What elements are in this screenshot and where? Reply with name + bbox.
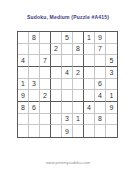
cell-r9c2 [29, 125, 40, 137]
cell-r1c1 [18, 32, 29, 44]
cell-r9c3 [40, 125, 51, 137]
cell-r7c6 [73, 102, 84, 114]
cell-r9c9 [106, 125, 117, 137]
cell-r3c1: 4 [18, 55, 29, 67]
cell-r6c6 [73, 90, 84, 102]
cell-r5c5 [62, 79, 73, 91]
cell-r6c4 [51, 90, 62, 102]
cell-r6c9: 1 [106, 90, 117, 102]
cell-r2c9 [106, 44, 117, 56]
cell-r2c1 [18, 44, 29, 56]
cell-r9c7 [84, 125, 95, 137]
cell-r2c7 [84, 44, 95, 56]
cell-r8c4 [51, 114, 62, 126]
cell-r1c2: 8 [29, 32, 40, 44]
cell-r8c9 [106, 114, 117, 126]
cell-r9c5: 9 [62, 125, 73, 137]
cell-r1c6 [73, 32, 84, 44]
cell-r6c7 [84, 90, 95, 102]
cell-r3c5 [62, 55, 73, 67]
puzzle-title: Sudoku, Medium (Puzzle #A415) [0, 13, 136, 21]
cell-r6c3: 2 [40, 90, 51, 102]
cell-r4c6: 2 [73, 67, 84, 79]
cell-r5c7 [84, 79, 95, 91]
cell-r8c2 [29, 114, 40, 126]
cell-r6c1: 9 [18, 90, 29, 102]
cell-r4c9: 3 [106, 67, 117, 79]
cell-r8c8: 8 [95, 114, 106, 126]
cell-r8c1 [18, 114, 29, 126]
cell-r5c2: 3 [29, 79, 40, 91]
cell-r8c6: 1 [73, 114, 84, 126]
cell-r1c9 [106, 32, 117, 44]
cell-r3c3: 7 [40, 55, 51, 67]
cell-r8c5: 3 [62, 114, 73, 126]
cell-r7c1: 8 [18, 102, 29, 114]
cell-r2c3 [40, 44, 51, 56]
cell-r9c8 [95, 125, 106, 137]
sudoku-page: Sudoku, Medium (Puzzle #A415) 8519287475… [0, 0, 136, 176]
cell-r9c1 [18, 125, 29, 137]
cell-r3c6 [73, 55, 84, 67]
cell-r1c5: 5 [62, 32, 73, 44]
cell-r3c8 [95, 55, 106, 67]
cell-r5c9 [106, 79, 117, 91]
cell-r7c3 [40, 102, 51, 114]
cell-r6c2 [29, 90, 40, 102]
footer-url: www.printmysudoku.com [0, 160, 136, 166]
cell-r7c5 [62, 102, 73, 114]
cell-r6c8: 4 [95, 90, 106, 102]
cell-r9c4 [51, 125, 62, 137]
cell-r5c3 [40, 79, 51, 91]
cell-r5c1: 1 [18, 79, 29, 91]
cell-r2c4: 2 [51, 44, 62, 56]
cell-r8c7 [84, 114, 95, 126]
cell-r5c6 [73, 79, 84, 91]
cell-r7c7: 4 [84, 102, 95, 114]
cell-r2c5 [62, 44, 73, 56]
cell-r2c8: 7 [95, 44, 106, 56]
cell-r3c7 [84, 55, 95, 67]
cell-r7c9: 9 [106, 102, 117, 114]
cell-r9c6 [73, 125, 84, 137]
cell-r7c2: 6 [29, 102, 40, 114]
cell-r7c8 [95, 102, 106, 114]
cell-r4c3 [40, 67, 51, 79]
cell-r4c1 [18, 67, 29, 79]
cell-r3c9: 5 [106, 55, 117, 67]
cell-r3c2 [29, 55, 40, 67]
cell-r4c4 [51, 67, 62, 79]
cell-r1c4 [51, 32, 62, 44]
sudoku-board: 8519287475423136924186493189 [17, 31, 118, 138]
cell-r5c4 [51, 79, 62, 91]
cell-r7c4 [51, 102, 62, 114]
cell-r4c7 [84, 67, 95, 79]
cell-r8c3 [40, 114, 51, 126]
cell-r3c4 [51, 55, 62, 67]
cell-r4c5: 4 [62, 67, 73, 79]
cell-r5c8: 6 [95, 79, 106, 91]
cell-r6c5 [62, 90, 73, 102]
cell-r2c2 [29, 44, 40, 56]
cell-r4c8 [95, 67, 106, 79]
cell-r1c8: 9 [95, 32, 106, 44]
cell-r1c3 [40, 32, 51, 44]
cell-r1c7: 1 [84, 32, 95, 44]
cell-r2c6: 8 [73, 44, 84, 56]
cell-r4c2 [29, 67, 40, 79]
